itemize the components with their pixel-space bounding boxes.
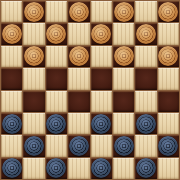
wooden-piece[interactable]: [114, 46, 134, 66]
square-r2c6: [113, 23, 134, 44]
square-r6c2: [23, 113, 44, 134]
blue-piece[interactable]: [158, 136, 178, 156]
square-r1c6[interactable]: [113, 1, 134, 22]
square-r3c5: [91, 46, 112, 67]
wooden-piece[interactable]: [24, 2, 44, 22]
square-r5c6[interactable]: [113, 91, 134, 112]
square-r1c3: [46, 1, 67, 22]
square-r7c7: [135, 135, 156, 156]
square-r8c7[interactable]: [135, 158, 156, 179]
square-r4c1[interactable]: [1, 68, 22, 89]
square-r7c3: [46, 135, 67, 156]
square-r7c4[interactable]: [68, 135, 89, 156]
square-r7c5: [91, 135, 112, 156]
square-r8c6: [113, 158, 134, 179]
square-r5c7: [135, 91, 156, 112]
square-r3c1: [1, 46, 22, 67]
square-r7c8[interactable]: [158, 135, 179, 156]
square-r6c4: [68, 113, 89, 134]
square-r5c3: [46, 91, 67, 112]
square-r8c8: [158, 158, 179, 179]
square-r8c5[interactable]: [91, 158, 112, 179]
blue-piece[interactable]: [46, 114, 66, 134]
square-r4c7[interactable]: [135, 68, 156, 89]
square-r4c5[interactable]: [91, 68, 112, 89]
square-r2c5[interactable]: [91, 23, 112, 44]
checkers-board: [0, 0, 180, 180]
blue-piece[interactable]: [114, 136, 134, 156]
square-r1c1: [1, 1, 22, 22]
wooden-piece[interactable]: [69, 46, 89, 66]
wooden-piece[interactable]: [24, 46, 44, 66]
square-r6c8: [158, 113, 179, 134]
wooden-piece[interactable]: [2, 24, 22, 44]
square-r4c6: [113, 68, 134, 89]
square-r4c3[interactable]: [46, 68, 67, 89]
square-r3c4[interactable]: [68, 46, 89, 67]
blue-piece[interactable]: [136, 158, 156, 178]
square-r3c8[interactable]: [158, 46, 179, 67]
square-r2c7[interactable]: [135, 23, 156, 44]
square-r5c5: [91, 91, 112, 112]
square-r1c7: [135, 1, 156, 22]
square-r5c4[interactable]: [68, 91, 89, 112]
blue-piece[interactable]: [2, 158, 22, 178]
blue-piece[interactable]: [24, 136, 44, 156]
square-r4c2: [23, 68, 44, 89]
square-r3c7: [135, 46, 156, 67]
square-r1c4[interactable]: [68, 1, 89, 22]
wooden-piece[interactable]: [91, 24, 111, 44]
square-r3c3: [46, 46, 67, 67]
square-r4c4: [68, 68, 89, 89]
square-r1c5: [91, 1, 112, 22]
blue-piece[interactable]: [91, 158, 111, 178]
wooden-piece[interactable]: [114, 2, 134, 22]
square-r7c2[interactable]: [23, 135, 44, 156]
blue-piece[interactable]: [69, 136, 89, 156]
square-r5c2[interactable]: [23, 91, 44, 112]
square-r8c2: [23, 158, 44, 179]
wooden-piece[interactable]: [69, 2, 89, 22]
blue-piece[interactable]: [136, 114, 156, 134]
blue-piece[interactable]: [91, 114, 111, 134]
wooden-piece[interactable]: [158, 2, 178, 22]
wooden-piece[interactable]: [46, 24, 66, 44]
square-r8c3[interactable]: [46, 158, 67, 179]
square-r4c8: [158, 68, 179, 89]
wooden-piece[interactable]: [136, 24, 156, 44]
square-r2c2: [23, 23, 44, 44]
blue-piece[interactable]: [2, 114, 22, 134]
square-r7c1: [1, 135, 22, 156]
blue-piece[interactable]: [46, 158, 66, 178]
square-r6c5[interactable]: [91, 113, 112, 134]
square-r8c1[interactable]: [1, 158, 22, 179]
square-r1c2[interactable]: [23, 1, 44, 22]
square-r1c8[interactable]: [158, 1, 179, 22]
wooden-piece[interactable]: [158, 46, 178, 66]
square-r2c3[interactable]: [46, 23, 67, 44]
square-r2c8: [158, 23, 179, 44]
square-r6c3[interactable]: [46, 113, 67, 134]
square-r6c7[interactable]: [135, 113, 156, 134]
square-r5c1: [1, 91, 22, 112]
square-r2c1[interactable]: [1, 23, 22, 44]
square-r2c4: [68, 23, 89, 44]
square-r8c4: [68, 158, 89, 179]
square-r3c6[interactable]: [113, 46, 134, 67]
square-r5c8[interactable]: [158, 91, 179, 112]
square-r3c2[interactable]: [23, 46, 44, 67]
square-r6c1[interactable]: [1, 113, 22, 134]
square-r6c6: [113, 113, 134, 134]
square-r7c6[interactable]: [113, 135, 134, 156]
